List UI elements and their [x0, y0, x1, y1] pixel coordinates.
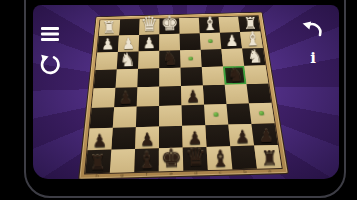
white-king: ♚: [160, 14, 178, 35]
file-label-e: e: [163, 172, 180, 176]
square-h3[interactable]: [95, 52, 117, 70]
square-e4[interactable]: [159, 68, 181, 87]
square-g6[interactable]: [113, 107, 137, 128]
phone-frame: i ♜♛♚♝♜♟♟♟♟♝♞♞♞♞♟♟♟♟♟♟♟♜♝♚♛♝♜ hgfedcba: [0, 0, 357, 200]
undo-button[interactable]: [299, 16, 325, 40]
square-g8[interactable]: [110, 149, 135, 173]
square-b6[interactable]: [226, 103, 251, 124]
square-g7[interactable]: [111, 127, 136, 149]
square-f8[interactable]: ♝: [134, 148, 159, 172]
legal-move-dot: [259, 111, 265, 116]
square-h7[interactable]: ♟: [88, 128, 113, 150]
file-label-a: a: [261, 169, 279, 173]
square-f7[interactable]: ♟: [135, 127, 159, 149]
square-f3[interactable]: [138, 51, 159, 69]
black-rook: ♜: [260, 148, 278, 169]
board-frame: ♜♛♚♝♜♟♟♟♟♝♞♞♞♞♟♟♟♟♟♟♟♜♝♚♛♝♜ hgfedcba: [78, 12, 289, 179]
black-knight: ♞: [161, 49, 177, 68]
square-b7[interactable]: ♟: [228, 124, 254, 146]
rotate-icon: [38, 53, 62, 77]
legal-move-dot: [213, 112, 218, 117]
black-pawn: ♟: [118, 90, 132, 107]
square-d4[interactable]: [180, 67, 202, 86]
square-e5[interactable]: [159, 86, 181, 106]
square-e7[interactable]: [159, 126, 183, 148]
white-pawn: ♟: [225, 34, 238, 50]
square-g1[interactable]: [119, 19, 140, 35]
app-screen: i ♜♛♚♝♜♟♟♟♟♝♞♞♞♞♟♟♟♟♟♟♟♜♝♚♛♝♜ hgfedcba: [33, 5, 339, 179]
black-pawn: ♟: [91, 132, 106, 150]
square-d8[interactable]: ♛: [183, 147, 208, 171]
menu-button[interactable]: [39, 25, 61, 43]
square-g2[interactable]: ♟: [118, 35, 139, 52]
square-h1[interactable]: ♜: [99, 20, 120, 36]
square-a7[interactable]: ♟: [251, 123, 277, 145]
black-pawn: ♟: [258, 128, 273, 146]
white-bishop: ♝: [201, 14, 217, 33]
legal-move-dot: [188, 57, 193, 61]
white-rook: ♜: [243, 15, 258, 32]
file-label-d: d: [187, 171, 204, 175]
square-h8[interactable]: ♜: [85, 150, 111, 174]
white-knight: ♞: [246, 47, 262, 66]
white-bishop: ♝: [244, 29, 261, 48]
square-c8[interactable]: ♝: [207, 146, 233, 170]
square-b4[interactable]: ♞: [223, 66, 247, 85]
rotate-board-button[interactable]: [38, 53, 62, 77]
white-rook: ♜: [101, 19, 116, 36]
square-c2[interactable]: [200, 33, 222, 50]
square-a1[interactable]: ♜: [238, 16, 260, 32]
square-h4[interactable]: [94, 69, 117, 88]
square-e6[interactable]: [159, 105, 182, 126]
square-b8[interactable]: [230, 146, 257, 170]
file-label-f: f: [138, 172, 155, 176]
info-icon: i: [310, 46, 316, 70]
white-knight: ♞: [119, 50, 135, 69]
square-a6[interactable]: [249, 103, 275, 124]
white-pawn: ♟: [101, 37, 114, 53]
white-queen: ♛: [140, 14, 158, 35]
square-f4[interactable]: [137, 68, 159, 87]
square-d1[interactable]: [179, 18, 200, 34]
square-a3[interactable]: ♞: [242, 48, 265, 66]
black-pawn: ♟: [187, 130, 202, 148]
square-b1[interactable]: [218, 16, 240, 32]
square-c6[interactable]: [204, 104, 228, 125]
square-e2[interactable]: [159, 34, 180, 51]
square-g5[interactable]: ♟: [114, 87, 137, 107]
square-f1[interactable]: ♛: [139, 19, 159, 35]
black-king: ♚: [160, 146, 182, 171]
square-h6[interactable]: [90, 107, 114, 128]
square-h2[interactable]: ♟: [97, 35, 119, 52]
square-g4[interactable]: [115, 69, 137, 88]
square-f6[interactable]: [136, 106, 159, 127]
square-e3[interactable]: ♞: [159, 50, 180, 68]
square-a5[interactable]: [247, 84, 272, 104]
square-b2[interactable]: ♟: [220, 32, 242, 49]
black-bishop: ♝: [136, 149, 156, 172]
square-c1[interactable]: ♝: [199, 17, 220, 33]
square-c5[interactable]: [203, 85, 227, 105]
square-c3[interactable]: [201, 49, 223, 67]
square-d6[interactable]: [182, 105, 206, 126]
white-pawn: ♟: [121, 36, 134, 52]
chess-board: ♜♛♚♝♜♟♟♟♟♝♞♞♞♞♟♟♟♟♟♟♟♜♝♚♛♝♜: [85, 16, 281, 173]
black-knight: ♞: [227, 65, 244, 84]
square-f5[interactable]: [137, 87, 160, 107]
square-c4[interactable]: [202, 66, 225, 85]
square-d3[interactable]: [180, 50, 202, 68]
square-b5[interactable]: [225, 84, 249, 104]
square-d5[interactable]: ♟: [181, 85, 204, 105]
square-a4[interactable]: [244, 65, 268, 84]
undo-arrow-icon: [300, 17, 324, 39]
file-label-g: g: [113, 173, 130, 177]
white-pawn: ♟: [142, 36, 155, 52]
square-h5[interactable]: [92, 88, 116, 108]
square-d7[interactable]: ♟: [182, 125, 206, 147]
square-g3[interactable]: ♞: [117, 51, 139, 69]
square-c7[interactable]: [205, 125, 230, 147]
legal-move-dot: [208, 39, 213, 43]
file-label-b: b: [236, 169, 254, 173]
square-e8[interactable]: ♚: [159, 148, 184, 172]
info-button[interactable]: i: [305, 46, 321, 70]
file-label-c: c: [212, 170, 230, 174]
square-e1[interactable]: ♚: [159, 18, 179, 34]
hamburger-icon: [40, 26, 60, 42]
black-rook: ♜: [88, 153, 106, 174]
black-queen: ♛: [184, 145, 206, 170]
file-label-h: h: [88, 174, 106, 178]
black-pawn: ♟: [139, 131, 154, 149]
square-a8[interactable]: ♜: [254, 145, 281, 169]
black-bishop: ♝: [210, 147, 230, 170]
square-a2[interactable]: ♝: [240, 32, 263, 49]
square-f2[interactable]: ♟: [139, 34, 160, 51]
board-3d-wrapper: ♜♛♚♝♜♟♟♟♟♝♞♞♞♞♟♟♟♟♟♟♟♜♝♚♛♝♜ hgfedcba: [80, 5, 281, 179]
square-b3[interactable]: [221, 49, 244, 67]
square-d2[interactable]: [180, 33, 201, 50]
black-pawn: ♟: [234, 128, 249, 146]
black-pawn: ♟: [185, 88, 199, 105]
